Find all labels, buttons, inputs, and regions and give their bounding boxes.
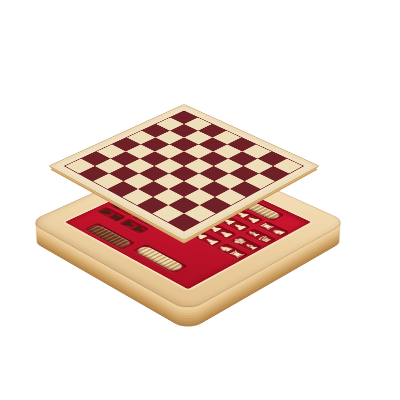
board-square — [153, 189, 184, 205]
light-chess-piece: ♛ — [255, 234, 276, 245]
board-square — [93, 174, 123, 189]
light-chess-piece: ♟ — [201, 236, 222, 247]
light-chess-piece: ♝ — [241, 241, 262, 252]
light-chess-piece: ♝ — [244, 229, 265, 239]
light-checkers-stack — [134, 245, 185, 272]
light-piece-slot: ♞♜ — [215, 243, 248, 260]
light-checkers-channel — [131, 244, 188, 274]
board-square — [184, 189, 215, 205]
board-square — [229, 166, 259, 181]
board-square — [154, 174, 184, 189]
board-square — [215, 189, 246, 205]
board-square — [152, 205, 184, 222]
board-square — [122, 189, 153, 205]
dark-chess-piece: ♟ — [128, 224, 148, 234]
board-square — [168, 197, 199, 214]
board-square — [139, 166, 169, 181]
light-chess-piece: ♞ — [216, 243, 237, 254]
board-square — [169, 166, 199, 181]
board-square — [259, 166, 289, 181]
light-piece-slot: ♝♛ — [243, 228, 276, 245]
light-piece-slot: ♜♞ — [257, 221, 290, 237]
light-chess-piece: ♚ — [230, 236, 251, 247]
board-square — [245, 174, 275, 189]
light-chess-piece: ♞ — [269, 227, 289, 237]
board-square — [199, 181, 230, 197]
board-square — [107, 181, 138, 197]
board-square — [230, 181, 261, 197]
dark-chess-piece: ♟ — [119, 219, 139, 229]
board-square — [199, 166, 229, 181]
light-chess-piece: ♟ — [230, 222, 250, 232]
board-square — [137, 197, 168, 214]
dark-checkers-stack — [86, 224, 133, 249]
board-square — [123, 174, 153, 189]
board-square — [138, 181, 169, 197]
board-square — [168, 213, 200, 230]
board-square — [109, 166, 139, 181]
board-square — [200, 197, 231, 214]
product-photo: ♜♞♝♛♚♝♞♜♟♟♟♟♟♟♟♟♜♞♝♛♚♝♞♜♟♟♟♟♟♟♟♟ — [0, 0, 400, 400]
board-square — [214, 174, 244, 189]
board-square — [79, 166, 109, 181]
dark-checkers-channel — [83, 223, 136, 251]
board-square — [184, 174, 214, 189]
board-square — [184, 205, 216, 222]
board-square — [169, 181, 200, 197]
light-chess-piece: ♟ — [216, 229, 236, 239]
light-chess-piece: ♜ — [258, 222, 278, 232]
light-piece-slot: ♚♝ — [229, 236, 262, 253]
light-chess-piece: ♜ — [227, 249, 248, 260]
